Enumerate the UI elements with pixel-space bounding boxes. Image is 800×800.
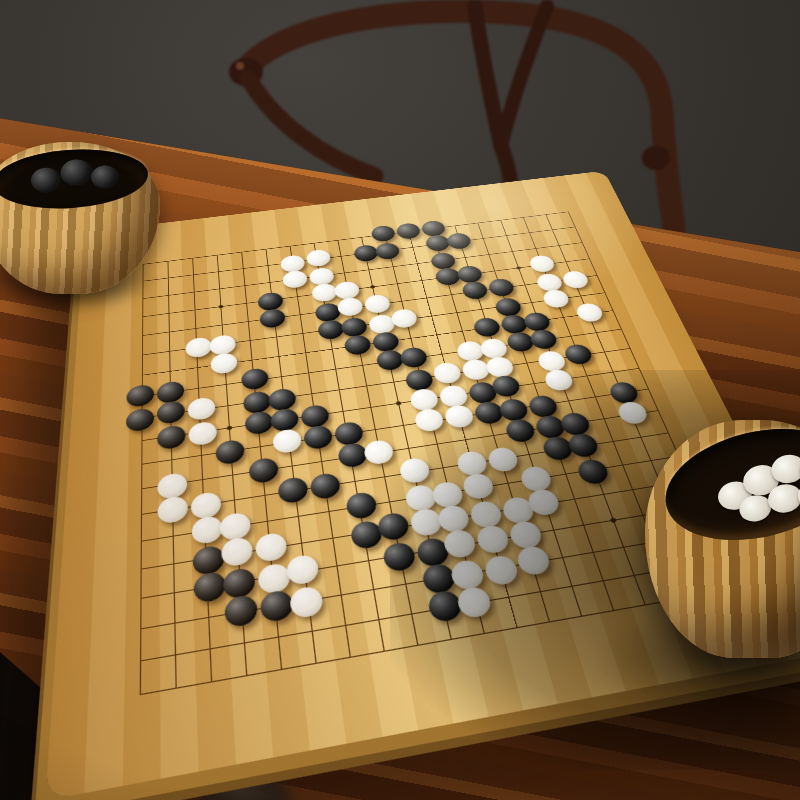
- board-intersection[interactable]: [158, 668, 194, 708]
- board-intersection[interactable]: [330, 638, 369, 677]
- bowl-stone-black[interactable]: [90, 164, 120, 189]
- board-intersection[interactable]: [296, 644, 334, 683]
- board-intersection[interactable]: [193, 662, 230, 702]
- chair-arm-knob-right: [642, 146, 670, 170]
- board-intersection[interactable]: [228, 656, 265, 696]
- scene: [0, 0, 800, 800]
- chair-left-arm: [248, 78, 375, 176]
- white-stone-bowl[interactable]: [645, 420, 800, 658]
- bowl-stone-black[interactable]: [59, 158, 93, 186]
- chair-y-splat-right: [501, 6, 547, 146]
- board-intersection[interactable]: [364, 632, 403, 670]
- board-intersection[interactable]: [121, 674, 157, 715]
- black-stone-bowl[interactable]: [0, 142, 160, 294]
- bowl-stone-black[interactable]: [30, 166, 62, 193]
- chair-knob-highlight: [236, 62, 244, 70]
- board-intersection[interactable]: [262, 650, 300, 689]
